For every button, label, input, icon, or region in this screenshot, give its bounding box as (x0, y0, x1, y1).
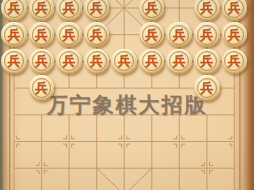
piece-red-soldier[interactable]: 兵 (56, 49, 82, 75)
piece-red-soldier[interactable]: 兵 (222, 49, 248, 75)
piece-character: 兵 (200, 1, 213, 15)
piece-character: 兵 (7, 28, 20, 42)
piece-character: 兵 (173, 54, 186, 68)
piece-red-soldier[interactable]: 兵 (1, 0, 27, 21)
piece-red-soldier[interactable]: 兵 (139, 0, 165, 21)
piece-character: 兵 (145, 1, 158, 15)
piece-red-soldier[interactable]: 兵 (29, 49, 55, 75)
piece-red-soldier[interactable]: 兵 (29, 75, 55, 101)
piece-red-soldier[interactable]: 兵 (111, 49, 137, 75)
piece-character: 兵 (7, 1, 20, 15)
piece-character: 兵 (118, 54, 131, 68)
piece-character: 兵 (90, 28, 103, 42)
piece-character: 兵 (35, 1, 48, 15)
piece-character: 兵 (173, 28, 186, 42)
piece-character: 兵 (200, 81, 213, 95)
piece-character: 兵 (145, 28, 158, 42)
piece-character: 兵 (35, 81, 48, 95)
piece-character: 兵 (145, 54, 158, 68)
piece-character: 兵 (228, 1, 241, 15)
piece-red-soldier[interactable]: 兵 (84, 22, 110, 48)
piece-red-soldier[interactable]: 兵 (29, 22, 55, 48)
piece-red-soldier[interactable]: 兵 (139, 22, 165, 48)
piece-character: 兵 (35, 54, 48, 68)
piece-red-soldier[interactable]: 兵 (1, 49, 27, 75)
pieces-layer: 兵兵兵兵兵兵兵兵兵兵兵兵兵兵兵兵兵兵兵兵兵兵兵兵兵兵 (0, 0, 248, 190)
piece-red-soldier[interactable]: 兵 (194, 75, 220, 101)
piece-character: 兵 (35, 28, 48, 42)
piece-character: 兵 (63, 54, 76, 68)
piece-red-soldier[interactable]: 兵 (194, 0, 220, 21)
piece-character: 兵 (228, 54, 241, 68)
piece-red-soldier[interactable]: 兵 (222, 22, 248, 48)
piece-character: 兵 (7, 54, 20, 68)
piece-character: 兵 (63, 1, 76, 15)
piece-character: 兵 (200, 54, 213, 68)
piece-red-soldier[interactable]: 兵 (194, 49, 220, 75)
piece-character: 兵 (90, 1, 103, 15)
piece-red-soldier[interactable]: 兵 (222, 0, 248, 21)
piece-red-soldier[interactable]: 兵 (29, 0, 55, 21)
piece-red-soldier[interactable]: 兵 (166, 22, 192, 48)
piece-red-soldier[interactable]: 兵 (1, 22, 27, 48)
piece-red-soldier[interactable]: 兵 (194, 22, 220, 48)
piece-character: 兵 (200, 28, 213, 42)
piece-red-soldier[interactable]: 兵 (84, 0, 110, 21)
piece-red-soldier[interactable]: 兵 (56, 22, 82, 48)
piece-red-soldier[interactable]: 兵 (166, 49, 192, 75)
piece-character: 兵 (228, 28, 241, 42)
piece-character: 兵 (90, 54, 103, 68)
game-screen: 万宁象棋大招版 兵兵兵兵兵兵兵兵兵兵兵兵兵兵兵兵兵兵兵兵兵兵兵兵兵兵 (0, 0, 254, 190)
piece-red-soldier[interactable]: 兵 (56, 0, 82, 21)
piece-red-soldier[interactable]: 兵 (139, 49, 165, 75)
piece-character: 兵 (63, 28, 76, 42)
piece-red-soldier[interactable]: 兵 (84, 49, 110, 75)
